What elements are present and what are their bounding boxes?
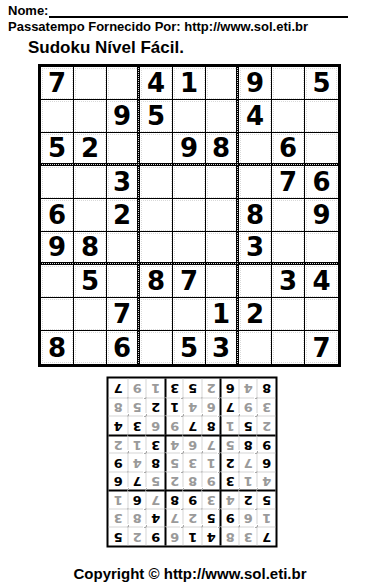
sol-cell-r8c7: 2 xyxy=(146,398,165,417)
cell-r1c9[interactable]: 5 xyxy=(305,67,338,100)
sol-cell-r4c8: 7 xyxy=(128,472,147,491)
cell-r7c3[interactable] xyxy=(107,265,140,298)
cell-r3c5[interactable]: 9 xyxy=(173,133,206,166)
sol-cell-r2c9: 3 xyxy=(109,509,128,528)
sol-cell-r5c5: 3 xyxy=(183,453,202,472)
sol-cell-r6c8: 1 xyxy=(128,435,147,454)
sol-cell-r1c2: 3 xyxy=(239,527,258,546)
name-fill-in-line[interactable] xyxy=(49,3,348,18)
cell-r1c4[interactable]: 4 xyxy=(140,67,173,100)
sol-cell-r9c6: 3 xyxy=(165,379,184,398)
sol-cell-r6c7: 3 xyxy=(146,435,165,454)
sol-cell-r6c2: 8 xyxy=(239,435,258,454)
cell-r6c6[interactable] xyxy=(206,232,239,265)
sol-cell-r8c1: 3 xyxy=(257,398,276,417)
cell-r9c8[interactable] xyxy=(272,331,305,364)
cell-r7c7[interactable] xyxy=(239,265,272,298)
sol-cell-r3c8: 6 xyxy=(128,490,147,509)
cell-r5c2[interactable] xyxy=(74,199,107,232)
sol-cell-r5c3: 2 xyxy=(220,453,239,472)
cell-r9c4[interactable] xyxy=(140,331,173,364)
sol-cell-r8c2: 9 xyxy=(239,398,258,417)
sol-cell-r8c8: 5 xyxy=(128,398,147,417)
cell-r9c3[interactable]: 6 xyxy=(107,331,140,364)
sol-cell-r9c5: 5 xyxy=(183,379,202,398)
cell-r7c9[interactable]: 4 xyxy=(305,265,338,298)
cell-r6c8[interactable] xyxy=(272,232,305,265)
cell-r6c7[interactable]: 3 xyxy=(239,232,272,265)
cell-r8c2[interactable] xyxy=(74,298,107,331)
cell-r1c6[interactable] xyxy=(206,67,239,100)
sol-cell-r2c6: 7 xyxy=(165,509,184,528)
sol-cell-r4c4: 9 xyxy=(202,472,221,491)
cell-r6c4[interactable] xyxy=(140,232,173,265)
sudoku-grid: 741959545298637662899835873471286537 xyxy=(38,64,341,367)
sol-cell-r9c4: 2 xyxy=(202,379,221,398)
sol-cell-r1c5: 1 xyxy=(183,527,202,546)
sol-cell-r7c5: 7 xyxy=(183,416,202,435)
cell-r2c4[interactable]: 5 xyxy=(140,100,173,133)
cell-r5c1[interactable]: 6 xyxy=(41,199,74,232)
sol-cell-r7c1: 2 xyxy=(257,416,276,435)
cell-r5c7[interactable]: 8 xyxy=(239,199,272,232)
sol-cell-r2c4: 5 xyxy=(202,509,221,528)
sol-cell-r7c8: 3 xyxy=(128,416,147,435)
cell-r7c8[interactable]: 3 xyxy=(272,265,305,298)
sol-cell-r3c4: 3 xyxy=(202,490,221,509)
sol-cell-r1c4: 4 xyxy=(202,527,221,546)
cell-r4c9[interactable]: 6 xyxy=(305,166,338,199)
sol-cell-r4c9: 6 xyxy=(109,472,128,491)
cell-r8c5[interactable] xyxy=(173,298,206,331)
cell-r6c5[interactable] xyxy=(173,232,206,265)
cell-r7c6[interactable] xyxy=(206,265,239,298)
sol-cell-r4c1: 4 xyxy=(257,472,276,491)
cell-r5c9[interactable]: 9 xyxy=(305,199,338,232)
sol-cell-r5c8: 4 xyxy=(128,453,147,472)
cell-r9c9[interactable]: 7 xyxy=(305,331,338,364)
cell-r8c9[interactable] xyxy=(305,298,338,331)
sol-cell-r7c6: 9 xyxy=(165,416,184,435)
cell-r6c9[interactable] xyxy=(305,232,338,265)
cell-r4c8[interactable]: 7 xyxy=(272,166,305,199)
sol-cell-r5c2: 7 xyxy=(239,453,258,472)
cell-r7c1[interactable] xyxy=(41,265,74,298)
page-title: Sudoku Nível Fácil. xyxy=(28,38,184,58)
name-row: Nome: xyxy=(8,3,348,18)
sol-cell-r1c6: 6 xyxy=(165,527,184,546)
cell-r2c6[interactable] xyxy=(206,100,239,133)
sol-cell-r9c3: 6 xyxy=(220,379,239,398)
sol-cell-r2c1: 1 xyxy=(257,509,276,528)
cell-r2c3[interactable]: 9 xyxy=(107,100,140,133)
cell-r8c1[interactable] xyxy=(41,298,74,331)
cell-r3c2[interactable]: 2 xyxy=(74,133,107,166)
sol-cell-r8c4: 6 xyxy=(202,398,221,417)
cell-r3c4[interactable] xyxy=(140,133,173,166)
cell-r4c2[interactable] xyxy=(74,166,107,199)
cell-r9c1[interactable]: 8 xyxy=(41,331,74,364)
cell-r9c6[interactable]: 3 xyxy=(206,331,239,364)
sol-cell-r9c8: 9 xyxy=(128,379,147,398)
sol-cell-r9c9: 7 xyxy=(109,379,128,398)
sudoku-worksheet-page: Nome: Passatempo Fornecido Por: http://w… xyxy=(0,0,380,585)
cell-r1c1[interactable]: 7 xyxy=(41,67,74,100)
sol-cell-r6c6: 4 xyxy=(165,435,184,454)
cell-r2c9[interactable] xyxy=(305,100,338,133)
sol-cell-r2c2: 6 xyxy=(239,509,258,528)
sol-cell-r1c9: 5 xyxy=(109,527,128,546)
sol-cell-r3c9: 1 xyxy=(109,490,128,509)
sol-cell-r6c4: 7 xyxy=(202,435,221,454)
sol-cell-r9c2: 4 xyxy=(239,379,258,398)
cell-r6c3[interactable] xyxy=(107,232,140,265)
sol-cell-r5c6: 5 xyxy=(165,453,184,472)
sol-cell-r3c5: 9 xyxy=(183,490,202,509)
cell-r4c6[interactable] xyxy=(206,166,239,199)
sol-cell-r2c8: 8 xyxy=(128,509,147,528)
sol-cell-r8c5: 4 xyxy=(183,398,202,417)
cell-r3c7[interactable] xyxy=(239,133,272,166)
cell-r3c9[interactable] xyxy=(305,133,338,166)
sol-cell-r3c3: 4 xyxy=(220,490,239,509)
cell-r1c7[interactable]: 9 xyxy=(239,67,272,100)
cell-r5c6[interactable] xyxy=(206,199,239,232)
cell-r4c7[interactable] xyxy=(239,166,272,199)
sol-cell-r2c5: 2 xyxy=(183,509,202,528)
solution-grid-upside-down: 7384169251695274835243987614139825766721… xyxy=(107,377,278,548)
sol-cell-r5c9: 9 xyxy=(109,453,128,472)
cell-r8c6[interactable]: 1 xyxy=(206,298,239,331)
sol-cell-r7c7: 6 xyxy=(146,416,165,435)
cell-r8c3[interactable]: 7 xyxy=(107,298,140,331)
cell-r4c4[interactable] xyxy=(140,166,173,199)
cell-r8c4[interactable] xyxy=(140,298,173,331)
sol-cell-r6c3: 5 xyxy=(220,435,239,454)
sol-cell-r4c7: 5 xyxy=(146,472,165,491)
provider-line: Passatempo Fornecido Por: http://www.sol… xyxy=(8,19,308,34)
cell-r2c8[interactable] xyxy=(272,100,305,133)
cell-r8c7[interactable]: 2 xyxy=(239,298,272,331)
cell-r3c6[interactable]: 8 xyxy=(206,133,239,166)
cell-r7c5[interactable]: 7 xyxy=(173,265,206,298)
sol-cell-r8c3: 7 xyxy=(220,398,239,417)
sol-cell-r6c1: 9 xyxy=(257,435,276,454)
cell-r2c1[interactable] xyxy=(41,100,74,133)
cell-r4c1[interactable] xyxy=(41,166,74,199)
sol-cell-r5c1: 6 xyxy=(257,453,276,472)
cell-r3c8[interactable]: 6 xyxy=(272,133,305,166)
sol-cell-r8c9: 8 xyxy=(109,398,128,417)
cell-r9c5[interactable]: 5 xyxy=(173,331,206,364)
sol-cell-r1c1: 7 xyxy=(257,527,276,546)
sol-cell-r3c6: 8 xyxy=(165,490,184,509)
cell-r3c1[interactable]: 5 xyxy=(41,133,74,166)
cell-r9c7[interactable] xyxy=(239,331,272,364)
cell-r2c2[interactable] xyxy=(74,100,107,133)
sol-cell-r7c3: 1 xyxy=(220,416,239,435)
sol-cell-r2c7: 4 xyxy=(146,509,165,528)
sol-cell-r1c8: 2 xyxy=(128,527,147,546)
sol-cell-r4c5: 8 xyxy=(183,472,202,491)
sol-cell-r3c7: 7 xyxy=(146,490,165,509)
cell-r3c3[interactable] xyxy=(107,133,140,166)
sol-cell-r7c9: 4 xyxy=(109,416,128,435)
sol-cell-r3c1: 5 xyxy=(257,490,276,509)
cell-r7c4[interactable]: 8 xyxy=(140,265,173,298)
cell-r1c8[interactable] xyxy=(272,67,305,100)
cell-r1c3[interactable] xyxy=(107,67,140,100)
sol-cell-r6c5: 6 xyxy=(183,435,202,454)
sol-cell-r3c2: 2 xyxy=(239,490,258,509)
sol-cell-r4c6: 2 xyxy=(165,472,184,491)
cell-r5c3[interactable]: 2 xyxy=(107,199,140,232)
cell-r4c5[interactable] xyxy=(173,166,206,199)
cell-r6c1[interactable]: 9 xyxy=(41,232,74,265)
sol-cell-r4c2: 1 xyxy=(239,472,258,491)
sol-cell-r9c1: 8 xyxy=(257,379,276,398)
sol-cell-r6c9: 2 xyxy=(109,435,128,454)
sol-cell-r7c2: 5 xyxy=(239,416,258,435)
sol-cell-r9c7: 1 xyxy=(146,379,165,398)
sol-cell-r4c3: 3 xyxy=(220,472,239,491)
cell-r5c8[interactable] xyxy=(272,199,305,232)
cell-r7c2[interactable]: 5 xyxy=(74,265,107,298)
cell-r2c7[interactable]: 4 xyxy=(239,100,272,133)
sol-cell-r1c7: 9 xyxy=(146,527,165,546)
cell-r4c3[interactable]: 3 xyxy=(107,166,140,199)
cell-r6c2[interactable]: 8 xyxy=(74,232,107,265)
cell-r2c5[interactable] xyxy=(173,100,206,133)
sol-cell-r1c3: 8 xyxy=(220,527,239,546)
cell-r9c2[interactable] xyxy=(74,331,107,364)
cell-r5c5[interactable] xyxy=(173,199,206,232)
cell-r1c5[interactable]: 1 xyxy=(173,67,206,100)
sol-cell-r5c7: 8 xyxy=(146,453,165,472)
sol-cell-r7c4: 8 xyxy=(202,416,221,435)
cell-r1c2[interactable] xyxy=(74,67,107,100)
name-label: Nome: xyxy=(8,3,48,18)
cell-r5c4[interactable] xyxy=(140,199,173,232)
sol-cell-r8c6: 1 xyxy=(165,398,184,417)
copyright-text: Copyright © http://www.sol.eti.br xyxy=(0,565,380,582)
cell-r8c8[interactable] xyxy=(272,298,305,331)
sol-cell-r2c3: 9 xyxy=(220,509,239,528)
sol-cell-r5c4: 1 xyxy=(202,453,221,472)
